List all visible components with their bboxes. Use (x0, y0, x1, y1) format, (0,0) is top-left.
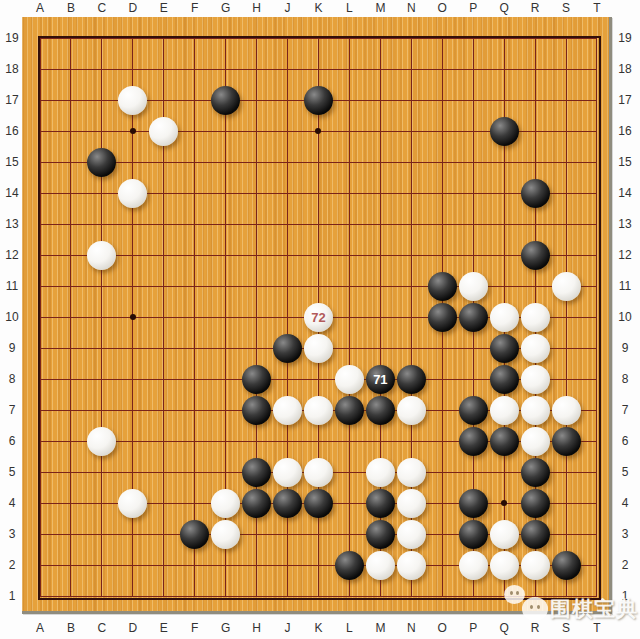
stone-black-Q6 (490, 427, 519, 456)
col-label-bottom-A: A (31, 621, 49, 635)
col-label-bottom-J: J (279, 621, 297, 635)
stone-black-L7 (335, 396, 364, 425)
col-label-bottom-Q: Q (495, 621, 513, 635)
stone-white-D4 (118, 489, 147, 518)
stone-black-O11 (428, 272, 457, 301)
col-label-bottom-B: B (62, 621, 80, 635)
row-label-left-8: 8 (0, 372, 24, 386)
col-label-top-B: B (62, 1, 80, 15)
stone-black-M8: 71 (366, 365, 395, 394)
stone-black-M3 (366, 520, 395, 549)
row-label-left-4: 4 (0, 496, 24, 510)
row-label-right-14: 14 (612, 186, 638, 200)
stone-black-M4 (366, 489, 395, 518)
col-label-top-N: N (402, 1, 420, 15)
go-board-app: 7271 AABBCCDDEEFFGGHHJJKKLLMMNNOOPPQQRRS… (0, 0, 640, 639)
stone-white-D14 (118, 179, 147, 208)
col-label-bottom-R: R (526, 621, 544, 635)
row-label-left-19: 19 (0, 31, 24, 45)
row-label-left-2: 2 (0, 558, 24, 572)
star-point-D16 (130, 128, 136, 134)
move-number-label: 72 (311, 311, 325, 324)
stone-white-D17 (118, 86, 147, 115)
col-label-bottom-M: M (371, 621, 389, 635)
stone-black-N8 (397, 365, 426, 394)
stone-white-M2 (366, 551, 395, 580)
row-label-left-13: 13 (0, 217, 24, 231)
row-label-left-6: 6 (0, 434, 24, 448)
stone-black-H4 (242, 489, 271, 518)
col-label-top-L: L (340, 1, 358, 15)
col-label-bottom-C: C (93, 621, 111, 635)
move-number-label: 71 (373, 373, 387, 386)
stone-white-S11 (552, 272, 581, 301)
stone-black-R4 (521, 489, 550, 518)
row-label-right-15: 15 (612, 155, 638, 169)
stone-white-K5 (304, 458, 333, 487)
row-label-right-8: 8 (612, 372, 638, 386)
stone-white-R8 (521, 365, 550, 394)
col-label-top-T: T (588, 1, 606, 15)
col-label-bottom-E: E (155, 621, 173, 635)
stone-white-J5 (273, 458, 302, 487)
stone-white-N5 (397, 458, 426, 487)
col-label-bottom-K: K (309, 621, 327, 635)
stone-white-J7 (273, 396, 302, 425)
col-label-bottom-N: N (402, 621, 420, 635)
stone-white-P2 (459, 551, 488, 580)
stone-white-E16 (149, 117, 178, 146)
row-label-left-7: 7 (0, 403, 24, 417)
stone-white-R6 (521, 427, 550, 456)
stone-white-M5 (366, 458, 395, 487)
row-label-left-10: 10 (0, 310, 24, 324)
row-label-right-11: 11 (612, 279, 638, 293)
stone-black-F3 (180, 520, 209, 549)
row-label-right-10: 10 (612, 310, 638, 324)
stone-black-H8 (242, 365, 271, 394)
stone-white-C12 (87, 241, 116, 270)
stone-white-R9 (521, 334, 550, 363)
row-label-right-2: 2 (612, 558, 638, 572)
col-label-top-O: O (433, 1, 451, 15)
stone-black-J4 (273, 489, 302, 518)
stone-white-P11 (459, 272, 488, 301)
stone-black-K4 (304, 489, 333, 518)
col-label-bottom-O: O (433, 621, 451, 635)
row-label-right-12: 12 (612, 248, 638, 262)
col-label-bottom-S: S (557, 621, 575, 635)
col-label-top-M: M (371, 1, 389, 15)
row-label-right-18: 18 (612, 62, 638, 76)
row-label-right-19: 19 (612, 31, 638, 45)
row-label-left-11: 11 (0, 279, 24, 293)
col-label-top-Q: Q (495, 1, 513, 15)
stone-black-R5 (521, 458, 550, 487)
col-label-bottom-H: H (248, 621, 266, 635)
row-label-right-6: 6 (612, 434, 638, 448)
stone-white-Q3 (490, 520, 519, 549)
stone-white-K7 (304, 396, 333, 425)
stone-white-C6 (87, 427, 116, 456)
stone-white-Q10 (490, 303, 519, 332)
row-label-right-13: 13 (612, 217, 638, 231)
stone-white-Q7 (490, 396, 519, 425)
stone-black-O10 (428, 303, 457, 332)
col-label-bottom-P: P (464, 621, 482, 635)
row-label-right-9: 9 (612, 341, 638, 355)
col-label-top-C: C (93, 1, 111, 15)
row-label-left-1: 1 (0, 589, 24, 603)
stone-black-Q9 (490, 334, 519, 363)
col-label-top-D: D (124, 1, 142, 15)
row-label-right-5: 5 (612, 465, 638, 479)
col-label-bottom-G: G (217, 621, 235, 635)
stone-black-J9 (273, 334, 302, 363)
stone-white-G3 (211, 520, 240, 549)
col-label-top-G: G (217, 1, 235, 15)
row-label-right-17: 17 (612, 93, 638, 107)
stone-white-S7 (552, 396, 581, 425)
stone-white-N7 (397, 396, 426, 425)
col-label-top-F: F (186, 1, 204, 15)
row-label-left-12: 12 (0, 248, 24, 262)
row-label-left-14: 14 (0, 186, 24, 200)
stone-white-G4 (211, 489, 240, 518)
row-label-left-9: 9 (0, 341, 24, 355)
stone-white-K10: 72 (304, 303, 333, 332)
row-label-right-3: 3 (612, 527, 638, 541)
col-label-bottom-L: L (340, 621, 358, 635)
stone-white-N3 (397, 520, 426, 549)
stone-white-K9 (304, 334, 333, 363)
stone-black-R3 (521, 520, 550, 549)
row-label-left-15: 15 (0, 155, 24, 169)
stone-white-N4 (397, 489, 426, 518)
col-label-top-K: K (309, 1, 327, 15)
stone-black-Q8 (490, 365, 519, 394)
col-label-top-H: H (248, 1, 266, 15)
stone-white-R2 (521, 551, 550, 580)
col-label-top-S: S (557, 1, 575, 15)
row-label-left-17: 17 (0, 93, 24, 107)
row-label-right-16: 16 (612, 124, 638, 138)
stone-black-R12 (521, 241, 550, 270)
stone-black-S2 (552, 551, 581, 580)
col-label-top-E: E (155, 1, 173, 15)
star-point-D10 (130, 314, 136, 320)
stone-black-Q16 (490, 117, 519, 146)
stone-black-P10 (459, 303, 488, 332)
stone-black-L2 (335, 551, 364, 580)
stone-black-R14 (521, 179, 550, 208)
stone-black-M7 (366, 396, 395, 425)
stone-black-P4 (459, 489, 488, 518)
row-label-left-3: 3 (0, 527, 24, 541)
row-label-left-16: 16 (0, 124, 24, 138)
stone-white-L8 (335, 365, 364, 394)
row-label-right-4: 4 (612, 496, 638, 510)
row-label-left-5: 5 (0, 465, 24, 479)
stone-white-N2 (397, 551, 426, 580)
col-label-top-R: R (526, 1, 544, 15)
row-label-right-7: 7 (612, 403, 638, 417)
stone-black-K17 (304, 86, 333, 115)
col-label-top-J: J (279, 1, 297, 15)
watermark-text: 围棋宝典 (550, 595, 638, 623)
stone-black-S6 (552, 427, 581, 456)
stone-black-C15 (87, 148, 116, 177)
stone-white-R7 (521, 396, 550, 425)
stone-black-P6 (459, 427, 488, 456)
stone-black-P3 (459, 520, 488, 549)
col-label-top-A: A (31, 1, 49, 15)
stone-white-R10 (521, 303, 550, 332)
stone-black-H7 (242, 396, 271, 425)
row-label-left-18: 18 (0, 62, 24, 76)
col-label-bottom-D: D (124, 621, 142, 635)
stone-black-G17 (211, 86, 240, 115)
col-label-bottom-F: F (186, 621, 204, 635)
stone-white-Q2 (490, 551, 519, 580)
stone-black-P7 (459, 396, 488, 425)
col-label-bottom-T: T (588, 621, 606, 635)
col-label-top-P: P (464, 1, 482, 15)
stone-black-H5 (242, 458, 271, 487)
